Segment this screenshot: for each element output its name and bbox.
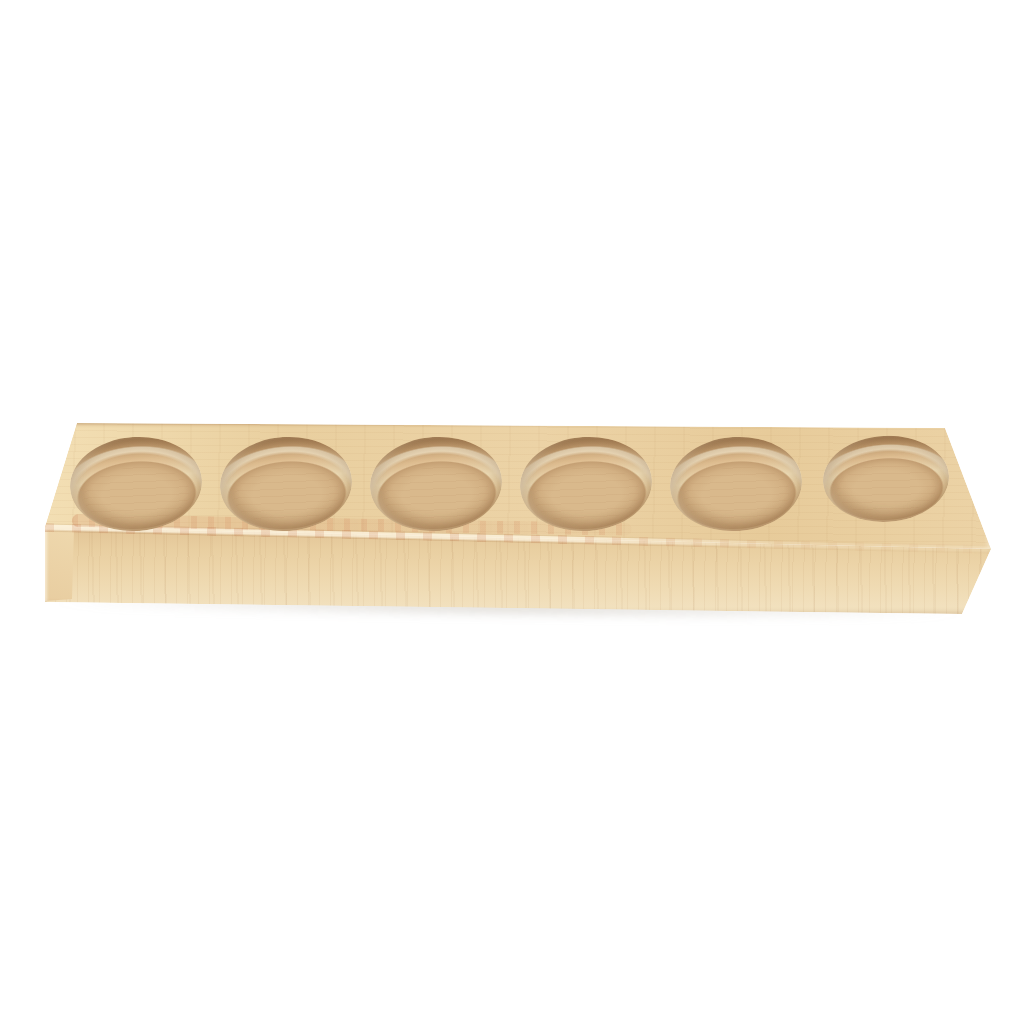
pit-3[interactable] [367,433,505,536]
pit-bottom-grain [82,463,191,527]
pit-bottom-grain [532,463,641,527]
pit-1[interactable] [67,433,205,536]
mancala-board-block [0,0,1024,1024]
photo-canvas [0,0,1024,1024]
pit-cell-1 [61,437,211,531]
pit-cell-5 [661,437,811,531]
pit-bottom-grain [232,463,341,527]
pit-cell-3 [361,437,511,531]
pit-cell-4 [511,437,661,531]
pit-bottom-grain [835,461,938,518]
pit-4[interactable] [517,433,655,536]
pit-bottom-grain [382,463,491,527]
pit-2[interactable] [217,433,355,536]
pit-bottom-grain [682,463,791,527]
pit-row [61,437,961,531]
pit-6[interactable] [821,433,951,525]
pit-5[interactable] [667,433,805,536]
pit-cell-6 [811,437,961,531]
pit-cell-2 [211,437,361,531]
